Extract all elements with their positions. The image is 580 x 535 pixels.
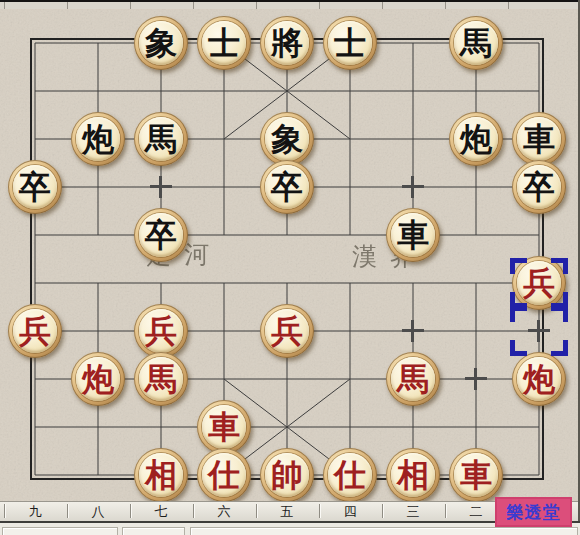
piece-red-horse[interactable]: 馬 <box>386 352 440 406</box>
piece-glyph: 炮 <box>517 357 561 401</box>
piece-glyph: 卒 <box>265 165 309 209</box>
coordinate-tick <box>382 2 383 9</box>
piece-red-soldier[interactable]: 兵 <box>260 304 314 358</box>
piece-glyph: 帥 <box>265 453 309 497</box>
piece-red-horse[interactable]: 馬 <box>134 352 188 406</box>
piece-glyph: 卒 <box>517 165 561 209</box>
coordinate-tick <box>445 2 446 9</box>
piece-red-cannon[interactable]: 炮 <box>512 352 566 406</box>
piece-red-soldier[interactable]: 兵 <box>512 256 566 310</box>
bottom-coordinate-bar: 九八七六五四三二 <box>0 501 580 523</box>
piece-glyph: 兵 <box>265 309 309 353</box>
coordinate-tick <box>130 2 131 9</box>
piece-black-general[interactable]: 將 <box>260 16 314 70</box>
board-grid-lines <box>0 9 580 501</box>
piece-glyph: 象 <box>139 21 183 65</box>
piece-black-soldier[interactable]: 卒 <box>8 160 62 214</box>
piece-black-advisor[interactable]: 士 <box>197 16 251 70</box>
piece-glyph: 車 <box>202 405 246 449</box>
piece-glyph: 相 <box>139 453 183 497</box>
piece-glyph: 仕 <box>328 453 372 497</box>
piece-glyph: 將 <box>265 21 309 65</box>
file-coordinate-label: 三 <box>382 503 444 520</box>
file-coordinate-label: 八 <box>67 503 129 520</box>
piece-glyph: 車 <box>391 213 435 257</box>
piece-red-cannon[interactable]: 炮 <box>71 352 125 406</box>
piece-black-horse[interactable]: 馬 <box>134 112 188 166</box>
piece-red-chariot[interactable]: 車 <box>197 400 251 454</box>
piece-red-soldier[interactable]: 兵 <box>8 304 62 358</box>
piece-glyph: 炮 <box>76 357 120 401</box>
coordinate-tick <box>319 2 320 9</box>
piece-red-advisor[interactable]: 仕 <box>323 448 377 502</box>
top-coordinate-strip <box>0 0 580 9</box>
piece-glyph: 馬 <box>139 117 183 161</box>
piece-black-chariot[interactable]: 車 <box>386 208 440 262</box>
coordinate-tick <box>382 504 383 518</box>
piece-glyph: 仕 <box>202 453 246 497</box>
piece-glyph: 相 <box>391 453 435 497</box>
watermark-badge: 樂透堂 <box>495 497 572 527</box>
piece-red-elephant[interactable]: 相 <box>134 448 188 502</box>
coordinate-tick <box>193 504 194 518</box>
piece-black-horse[interactable]: 馬 <box>449 16 503 70</box>
piece-glyph: 卒 <box>13 165 57 209</box>
piece-glyph: 卒 <box>139 213 183 257</box>
piece-glyph: 馬 <box>454 21 498 65</box>
bottom-cell-2 <box>122 527 185 535</box>
file-coordinate-label: 六 <box>193 503 255 520</box>
file-coordinate-label: 五 <box>256 503 318 520</box>
point-marker <box>402 176 424 198</box>
bottom-ui-strip <box>0 523 580 535</box>
piece-black-advisor[interactable]: 士 <box>323 16 377 70</box>
piece-glyph: 炮 <box>454 117 498 161</box>
piece-black-elephant[interactable]: 象 <box>260 112 314 166</box>
file-coordinate-label: 七 <box>130 503 192 520</box>
xiangqi-board[interactable]: 楚河 漢界 象士將士馬炮馬象炮車卒卒卒卒車兵兵兵兵炮馬馬炮車相仕帥仕相車 <box>0 9 580 501</box>
point-marker <box>528 320 550 342</box>
piece-black-chariot[interactable]: 車 <box>512 112 566 166</box>
piece-red-advisor[interactable]: 仕 <box>197 448 251 502</box>
point-marker <box>150 176 172 198</box>
piece-red-chariot[interactable]: 車 <box>449 448 503 502</box>
piece-glyph: 兵 <box>139 309 183 353</box>
coordinate-tick <box>256 2 257 9</box>
piece-black-soldier[interactable]: 卒 <box>512 160 566 214</box>
bottom-cell-1 <box>2 527 118 535</box>
file-coordinate-label: 九 <box>4 503 66 520</box>
piece-glyph: 兵 <box>517 261 561 305</box>
piece-glyph: 車 <box>517 117 561 161</box>
coordinate-tick <box>4 504 5 518</box>
piece-glyph: 炮 <box>76 117 120 161</box>
bottom-cell-3 <box>190 527 578 535</box>
piece-glyph: 象 <box>265 117 309 161</box>
piece-red-general[interactable]: 帥 <box>260 448 314 502</box>
piece-glyph: 兵 <box>13 309 57 353</box>
piece-glyph: 馬 <box>391 357 435 401</box>
file-coordinate-label: 四 <box>319 503 381 520</box>
coordinate-tick <box>508 2 509 9</box>
piece-black-soldier[interactable]: 卒 <box>260 160 314 214</box>
piece-glyph: 士 <box>202 21 246 65</box>
piece-red-soldier[interactable]: 兵 <box>134 304 188 358</box>
coordinate-tick <box>67 2 68 9</box>
piece-glyph: 馬 <box>139 357 183 401</box>
coordinate-tick <box>4 2 5 9</box>
piece-red-elephant[interactable]: 相 <box>386 448 440 502</box>
piece-black-cannon[interactable]: 炮 <box>449 112 503 166</box>
coordinate-tick <box>67 504 68 518</box>
point-marker <box>465 368 487 390</box>
coordinate-tick <box>445 504 446 518</box>
coordinate-tick <box>319 504 320 518</box>
piece-glyph: 士 <box>328 21 372 65</box>
piece-black-soldier[interactable]: 卒 <box>134 208 188 262</box>
coordinate-tick <box>256 504 257 518</box>
piece-glyph: 車 <box>454 453 498 497</box>
point-marker <box>402 320 424 342</box>
xiangqi-app-window: 楚河 漢界 象士將士馬炮馬象炮車卒卒卒卒車兵兵兵兵炮馬馬炮車相仕帥仕相車 九八七… <box>0 0 580 535</box>
coordinate-tick <box>130 504 131 518</box>
piece-black-elephant[interactable]: 象 <box>134 16 188 70</box>
coordinate-tick <box>193 2 194 9</box>
piece-black-cannon[interactable]: 炮 <box>71 112 125 166</box>
